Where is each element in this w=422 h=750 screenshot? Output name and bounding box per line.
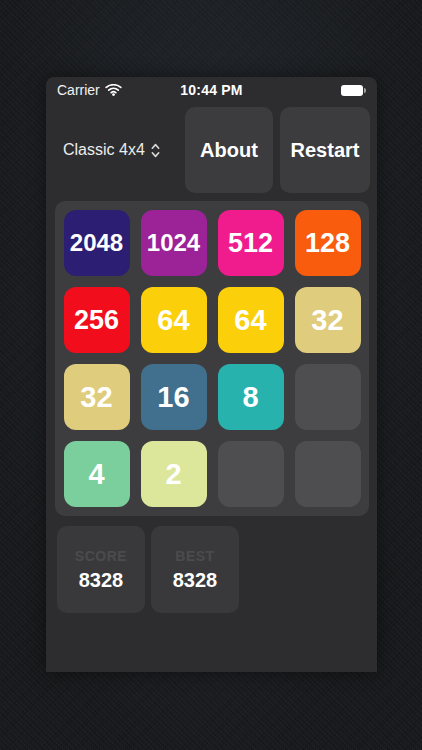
tile-2048: 2048 [64,210,130,276]
battery-icon [341,85,363,96]
tile-empty [218,441,284,507]
score-label: SCORE [75,548,127,564]
score-value: 8328 [79,569,124,592]
tile-empty [295,364,361,430]
tile-1024: 1024 [141,210,207,276]
chevron-up-down-icon [151,143,160,158]
phone-screen: Carrier 10:44 PM Classic 4x4 [46,77,377,672]
mode-picker[interactable]: Classic 4x4 [63,133,160,167]
tile-64: 64 [218,287,284,353]
board-grid[interactable]: 204810245121282566464323216842 [55,201,369,516]
tile-512: 512 [218,210,284,276]
tile-16: 16 [141,364,207,430]
textured-backdrop: Carrier 10:44 PM Classic 4x4 [0,0,422,750]
tile-2: 2 [141,441,207,507]
about-button[interactable]: About [185,107,273,193]
best-label: BEST [175,548,214,564]
tile-64: 64 [141,287,207,353]
tile-8: 8 [218,364,284,430]
tile-128: 128 [295,210,361,276]
tile-empty [295,441,361,507]
mode-picker-label: Classic 4x4 [63,141,145,159]
score-panel: SCORE 8328 BEST 8328 [57,526,239,613]
tile-32: 32 [64,364,130,430]
best-box: BEST 8328 [151,526,239,613]
restart-button[interactable]: Restart [280,107,370,193]
clock: 10:44 PM [46,77,377,103]
score-box: SCORE 8328 [57,526,145,613]
tile-32: 32 [295,287,361,353]
tile-256: 256 [64,287,130,353]
tile-4: 4 [64,441,130,507]
status-bar: Carrier 10:44 PM [46,77,377,103]
best-value: 8328 [173,569,218,592]
